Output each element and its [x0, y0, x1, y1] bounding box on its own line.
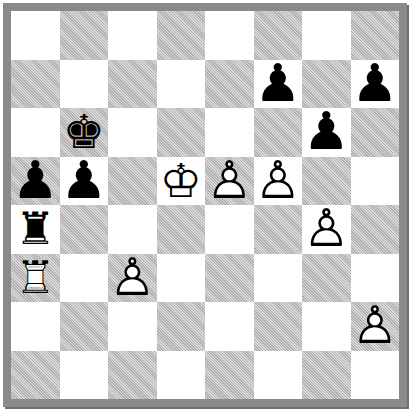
piece-glyph: ♟ [254, 57, 301, 109]
square-b5[interactable]: ♟ [60, 157, 109, 206]
square-a5[interactable]: ♟ [11, 157, 60, 206]
square-e1[interactable] [205, 351, 254, 400]
square-f4[interactable] [254, 205, 303, 254]
square-f1[interactable] [254, 351, 303, 400]
square-a3[interactable]: ♜♖ [11, 254, 60, 303]
square-h1[interactable] [351, 351, 400, 400]
square-d8[interactable] [157, 11, 206, 60]
white-rook[interactable]: ♜♖ [11, 254, 60, 303]
square-c7[interactable] [108, 60, 157, 109]
black-pawn[interactable]: ♟ [11, 157, 60, 206]
black-rook[interactable]: ♜ [11, 205, 60, 254]
square-h7[interactable]: ♟ [351, 60, 400, 109]
piece-glyph: ♟ [351, 57, 398, 109]
white-king[interactable]: ♚♔ [157, 157, 206, 206]
square-a8[interactable] [11, 11, 60, 60]
square-f7[interactable]: ♟ [254, 60, 303, 109]
square-e3[interactable] [205, 254, 254, 303]
piece-outline: ♙ [351, 299, 398, 351]
square-h2[interactable]: ♟♙ [351, 302, 400, 351]
piece-glyph: ♟ [303, 105, 350, 157]
square-c3[interactable]: ♟♙ [108, 254, 157, 303]
square-d3[interactable] [157, 254, 206, 303]
square-g8[interactable] [302, 11, 351, 60]
white-pawn[interactable]: ♟♙ [302, 205, 351, 254]
white-pawn[interactable]: ♟♙ [351, 302, 400, 351]
piece-glyph: ♟ [60, 154, 107, 206]
black-pawn[interactable]: ♟ [351, 60, 400, 109]
square-e7[interactable] [205, 60, 254, 109]
white-pawn[interactable]: ♟♙ [108, 254, 157, 303]
square-a2[interactable] [11, 302, 60, 351]
black-pawn[interactable]: ♟ [60, 157, 109, 206]
square-g4[interactable]: ♟♙ [302, 205, 351, 254]
piece-outline: ♙ [254, 154, 301, 206]
board-frame: ♟♟♚♟♟♟♚♔♟♙♟♙♜♟♙♜♖♟♙♟♙ [3, 3, 407, 407]
square-c6[interactable] [108, 108, 157, 157]
piece-glyph: ♚ [63, 108, 105, 155]
black-pawn[interactable]: ♟ [302, 108, 351, 157]
square-h4[interactable] [351, 205, 400, 254]
piece-outline: ♖ [15, 254, 55, 299]
square-e8[interactable] [205, 11, 254, 60]
square-d7[interactable] [157, 60, 206, 109]
square-g2[interactable] [302, 302, 351, 351]
square-b8[interactable] [60, 11, 109, 60]
square-e2[interactable] [205, 302, 254, 351]
square-c8[interactable] [108, 11, 157, 60]
piece-glyph: ♟ [12, 154, 59, 206]
white-pawn[interactable]: ♟♙ [254, 157, 303, 206]
square-f5[interactable]: ♟♙ [254, 157, 303, 206]
piece-outline: ♔ [160, 156, 202, 203]
square-g1[interactable] [302, 351, 351, 400]
square-g3[interactable] [302, 254, 351, 303]
square-b4[interactable] [60, 205, 109, 254]
square-a1[interactable] [11, 351, 60, 400]
square-e4[interactable] [205, 205, 254, 254]
piece-glyph: ♜ [15, 206, 55, 251]
square-d1[interactable] [157, 351, 206, 400]
square-d6[interactable] [157, 108, 206, 157]
black-pawn[interactable]: ♟ [254, 60, 303, 109]
square-b7[interactable] [60, 60, 109, 109]
square-d2[interactable] [157, 302, 206, 351]
square-f3[interactable] [254, 254, 303, 303]
piece-outline: ♙ [206, 154, 253, 206]
square-h5[interactable] [351, 157, 400, 206]
square-d5[interactable]: ♚♔ [157, 157, 206, 206]
square-e5[interactable]: ♟♙ [205, 157, 254, 206]
square-c1[interactable] [108, 351, 157, 400]
square-b3[interactable] [60, 254, 109, 303]
white-pawn[interactable]: ♟♙ [205, 157, 254, 206]
square-d4[interactable] [157, 205, 206, 254]
square-b2[interactable] [60, 302, 109, 351]
square-h6[interactable] [351, 108, 400, 157]
square-f2[interactable] [254, 302, 303, 351]
square-b1[interactable] [60, 351, 109, 400]
chess-board: ♟♟♚♟♟♟♚♔♟♙♟♙♜♟♙♜♖♟♙♟♙ [11, 11, 399, 399]
square-c5[interactable] [108, 157, 157, 206]
square-c2[interactable] [108, 302, 157, 351]
piece-outline: ♙ [303, 202, 350, 254]
square-a7[interactable] [11, 60, 60, 109]
square-a4[interactable]: ♜ [11, 205, 60, 254]
piece-outline: ♙ [109, 251, 156, 303]
square-g6[interactable]: ♟ [302, 108, 351, 157]
